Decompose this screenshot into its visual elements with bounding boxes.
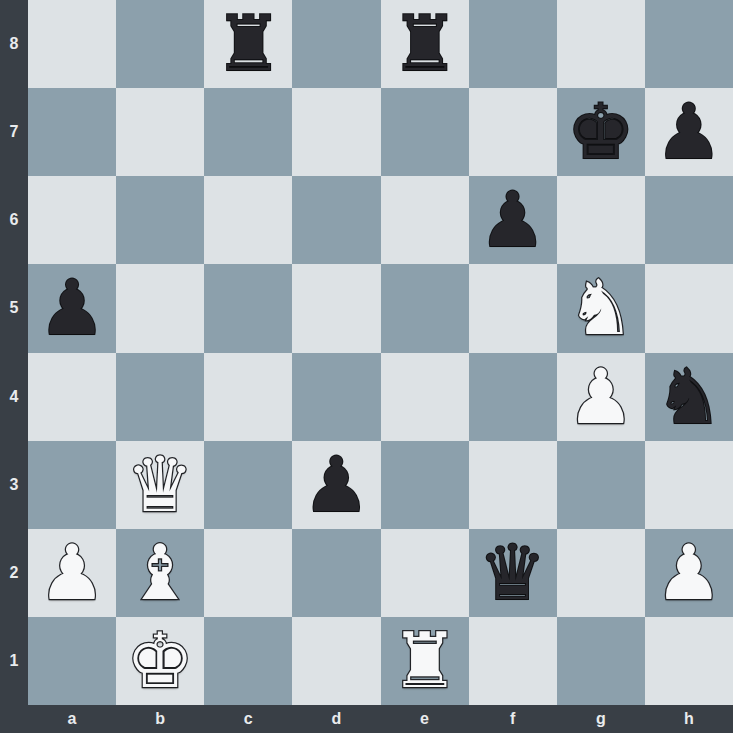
square-a3[interactable]	[28, 441, 116, 529]
square-h8[interactable]	[645, 0, 733, 88]
square-b8[interactable]	[116, 0, 204, 88]
square-f5[interactable]	[469, 264, 557, 352]
square-c1[interactable]	[204, 617, 292, 705]
square-f8[interactable]	[469, 0, 557, 88]
square-f6[interactable]: ♟	[469, 176, 557, 264]
square-g5[interactable]: ♞	[557, 264, 645, 352]
square-e8[interactable]: ♜	[381, 0, 469, 88]
file-label-c: c	[204, 705, 292, 733]
rank-label-5: 5	[0, 264, 28, 352]
file-label-a: a	[28, 705, 116, 733]
square-f7[interactable]	[469, 88, 557, 176]
square-e4[interactable]	[381, 353, 469, 441]
square-c7[interactable]	[204, 88, 292, 176]
square-f2[interactable]: ♛	[469, 529, 557, 617]
square-b1[interactable]: ♚	[116, 617, 204, 705]
piece-black-king-g7[interactable]: ♚	[567, 88, 635, 176]
square-d5[interactable]	[292, 264, 380, 352]
square-d4[interactable]	[292, 353, 380, 441]
file-label-e: e	[381, 705, 469, 733]
square-g2[interactable]	[557, 529, 645, 617]
file-label-h: h	[645, 705, 733, 733]
square-a8[interactable]	[28, 0, 116, 88]
square-c8[interactable]: ♜	[204, 0, 292, 88]
piece-black-pawn-h7[interactable]: ♟	[655, 88, 723, 176]
rank-label-8: 8	[0, 0, 28, 88]
square-a1[interactable]	[28, 617, 116, 705]
square-c5[interactable]	[204, 264, 292, 352]
square-g1[interactable]	[557, 617, 645, 705]
rank-label-4: 4	[0, 353, 28, 441]
rank-label-2: 2	[0, 529, 28, 617]
square-b4[interactable]	[116, 353, 204, 441]
square-e3[interactable]	[381, 441, 469, 529]
square-b3[interactable]: ♛	[116, 441, 204, 529]
piece-black-pawn-d3[interactable]: ♟	[302, 441, 370, 529]
square-e5[interactable]	[381, 264, 469, 352]
square-e7[interactable]	[381, 88, 469, 176]
chess-board: ♜♜♚♟♟♟♞♟♞♛♟♟♝♛♟♚♜	[28, 0, 733, 705]
piece-white-pawn-h2[interactable]: ♟	[655, 529, 723, 617]
piece-black-pawn-f6[interactable]: ♟	[479, 176, 547, 264]
square-b5[interactable]	[116, 264, 204, 352]
square-e6[interactable]	[381, 176, 469, 264]
square-a2[interactable]: ♟	[28, 529, 116, 617]
square-h2[interactable]: ♟	[645, 529, 733, 617]
file-label-b: b	[116, 705, 204, 733]
square-g4[interactable]: ♟	[557, 353, 645, 441]
square-g3[interactable]	[557, 441, 645, 529]
rank-label-1: 1	[0, 617, 28, 705]
piece-white-knight-g5[interactable]: ♞	[567, 264, 635, 352]
piece-black-rook-c8[interactable]: ♜	[214, 0, 282, 88]
piece-white-queen-b3[interactable]: ♛	[126, 441, 194, 529]
square-f4[interactable]	[469, 353, 557, 441]
file-label-d: d	[292, 705, 380, 733]
square-h1[interactable]	[645, 617, 733, 705]
rank-label-3: 3	[0, 441, 28, 529]
square-c2[interactable]	[204, 529, 292, 617]
square-h3[interactable]	[645, 441, 733, 529]
piece-black-rook-e8[interactable]: ♜	[390, 0, 458, 88]
piece-white-pawn-g4[interactable]: ♟	[567, 353, 635, 441]
square-h7[interactable]: ♟	[645, 88, 733, 176]
file-label-f: f	[469, 705, 557, 733]
square-a6[interactable]	[28, 176, 116, 264]
square-d6[interactable]	[292, 176, 380, 264]
square-c6[interactable]	[204, 176, 292, 264]
square-e1[interactable]: ♜	[381, 617, 469, 705]
square-g8[interactable]	[557, 0, 645, 88]
chess-board-window: ♜♜♚♟♟♟♞♟♞♛♟♟♝♛♟♚♜ 87654321 abcdefgh	[0, 0, 733, 733]
square-a7[interactable]	[28, 88, 116, 176]
square-f1[interactable]	[469, 617, 557, 705]
square-d3[interactable]: ♟	[292, 441, 380, 529]
rank-label-7: 7	[0, 88, 28, 176]
file-label-g: g	[557, 705, 645, 733]
piece-black-queen-f2[interactable]: ♛	[479, 529, 547, 617]
square-h4[interactable]: ♞	[645, 353, 733, 441]
rank-labels: 87654321	[0, 0, 28, 705]
square-g6[interactable]	[557, 176, 645, 264]
rank-label-6: 6	[0, 176, 28, 264]
square-h6[interactable]	[645, 176, 733, 264]
square-a5[interactable]: ♟	[28, 264, 116, 352]
square-c4[interactable]	[204, 353, 292, 441]
square-e2[interactable]	[381, 529, 469, 617]
square-c3[interactable]	[204, 441, 292, 529]
square-f3[interactable]	[469, 441, 557, 529]
piece-white-rook-e1[interactable]: ♜	[390, 617, 458, 705]
square-d8[interactable]	[292, 0, 380, 88]
file-labels: abcdefgh	[28, 705, 733, 733]
square-d1[interactable]	[292, 617, 380, 705]
square-a4[interactable]	[28, 353, 116, 441]
square-h5[interactable]	[645, 264, 733, 352]
square-d2[interactable]	[292, 529, 380, 617]
piece-black-pawn-a5[interactable]: ♟	[38, 264, 106, 352]
piece-black-knight-h4[interactable]: ♞	[655, 353, 723, 441]
square-b7[interactable]	[116, 88, 204, 176]
square-d7[interactable]	[292, 88, 380, 176]
square-b6[interactable]	[116, 176, 204, 264]
square-b2[interactable]: ♝	[116, 529, 204, 617]
piece-white-bishop-b2[interactable]: ♝	[126, 529, 194, 617]
piece-white-pawn-a2[interactable]: ♟	[38, 529, 106, 617]
square-g7[interactable]: ♚	[557, 88, 645, 176]
piece-white-king-b1[interactable]: ♚	[126, 617, 194, 705]
